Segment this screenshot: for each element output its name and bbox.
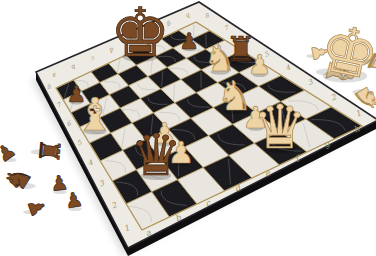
piece-dark-queen-b2: ♛ xyxy=(131,121,183,189)
piece-dark-pawn-g7: ♟ xyxy=(179,28,199,54)
captured-dark-pawn: ♟ xyxy=(22,195,51,220)
piece-light-bishop-a5: ♝ xyxy=(75,88,115,141)
captured-dark-rook: ♜ xyxy=(33,137,66,164)
chess-set-photo: aabbccddeeffgghh8877665544332211♟♚♜♞♟♟♞♟… xyxy=(0,0,376,256)
captured-dark-knight: ♞ xyxy=(0,159,39,199)
captured-dark-pawn: ♟ xyxy=(63,187,85,214)
chessboard-scene-svg: aabbccddeeffgghh8877665544332211♟♚♜♞♟♟♞♟… xyxy=(0,0,376,256)
piece-dark-king-e8: ♚ xyxy=(110,0,171,72)
piece-light-queen-f1: ♛ xyxy=(253,92,307,162)
